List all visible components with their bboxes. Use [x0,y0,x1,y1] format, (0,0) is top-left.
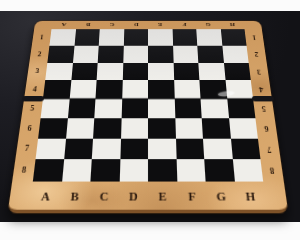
file-labels-top: ABCDEFGH [51,21,244,29]
square-a6 [38,118,67,138]
square-c8 [90,159,119,181]
square-a1 [49,29,75,45]
square-c5 [94,99,121,118]
square-b6 [66,118,95,138]
chessboard: ABCDEFGH 12345678 12345678 ABCDEFGH [8,21,289,213]
file-labels-bottom: ABCDEFGH [29,182,266,210]
square-h1 [220,29,246,45]
square-a8 [33,159,64,181]
square-h5 [227,99,256,118]
square-a4 [43,80,71,98]
square-c2 [98,46,124,63]
square-h7 [230,138,260,159]
square-h4 [225,80,253,98]
rank-label-left-1: 1 [32,29,52,45]
square-f1 [172,29,197,45]
square-f4 [174,80,201,98]
rank-label-right-1: 1 [245,29,265,45]
square-b1 [74,29,100,45]
rank-label-left-2: 2 [29,46,49,63]
rank-label-left-5: 5 [21,99,43,118]
rank-label-right-8: 8 [260,159,283,181]
file-label-top-e: E [148,21,172,29]
square-f8 [176,159,205,181]
rank-label-left-6: 6 [18,118,40,138]
square-d8 [119,159,148,181]
square-a3 [45,62,72,80]
file-label-top-h: H [220,21,245,29]
file-label-top-c: C [100,21,124,29]
file-label-bottom-f: F [177,182,208,210]
square-f5 [174,99,201,118]
square-e8 [148,159,177,181]
square-d2 [123,46,148,63]
square-b4 [69,80,96,98]
square-c7 [92,138,121,159]
fold-seam-slot-right [252,96,275,101]
square-f3 [173,62,199,80]
file-label-bottom-d: D [118,182,148,210]
square-g3 [198,62,225,80]
square-c1 [99,29,124,45]
file-label-bottom-c: C [89,182,120,210]
file-label-bottom-h: H [234,182,266,210]
page-background: ABCDEFGH 12345678 12345678 ABCDEFGH [0,0,300,240]
rank-label-right-5: 5 [253,99,275,118]
square-g1 [196,29,222,45]
fold-seam-slot-left [22,96,45,101]
square-e6 [148,118,175,138]
square-a5 [41,99,70,118]
square-g8 [204,159,234,181]
rank-label-right-6: 6 [255,118,277,138]
file-label-top-b: B [76,21,101,29]
square-h8 [232,159,263,181]
square-g2 [197,46,223,63]
square-a7 [36,138,66,159]
rank-label-left-3: 3 [27,62,48,80]
square-a2 [47,46,74,63]
file-label-bottom-e: E [148,182,178,210]
square-e2 [148,46,173,63]
fold-seam [41,98,255,100]
square-e7 [148,138,176,159]
square-d3 [122,62,148,80]
file-label-top-g: G [196,21,221,29]
square-b2 [73,46,99,63]
board-grid [33,29,263,181]
file-label-top-d: D [124,21,148,29]
square-c3 [97,62,123,80]
square-f6 [175,118,203,138]
square-g7 [203,138,232,159]
square-e5 [148,99,175,118]
square-g5 [201,99,229,118]
file-label-bottom-g: G [206,182,237,210]
square-b5 [67,99,95,118]
square-b7 [64,138,93,159]
square-d5 [121,99,148,118]
rank-label-right-7: 7 [258,138,281,159]
rank-label-right-3: 3 [249,62,270,80]
square-h3 [223,62,250,80]
square-e1 [148,29,173,45]
rank-label-right-2: 2 [247,46,267,63]
file-label-bottom-b: B [59,182,90,210]
square-e4 [148,80,174,98]
square-h6 [229,118,258,138]
square-f2 [173,46,199,63]
square-d7 [120,138,148,159]
square-c6 [93,118,121,138]
square-d1 [123,29,148,45]
square-b3 [71,62,98,80]
square-c4 [95,80,122,98]
square-g6 [202,118,231,138]
square-d4 [122,80,148,98]
rank-label-left-8: 8 [12,159,35,181]
product-photo: ABCDEFGH 12345678 12345678 ABCDEFGH [0,11,300,222]
file-label-bottom-a: A [29,182,61,210]
square-d6 [121,118,148,138]
file-label-top-f: F [172,21,196,29]
square-h2 [222,46,249,63]
square-b8 [62,159,92,181]
square-e3 [148,62,174,80]
file-label-top-a: A [51,21,76,29]
square-f7 [175,138,204,159]
rank-label-left-7: 7 [15,138,38,159]
